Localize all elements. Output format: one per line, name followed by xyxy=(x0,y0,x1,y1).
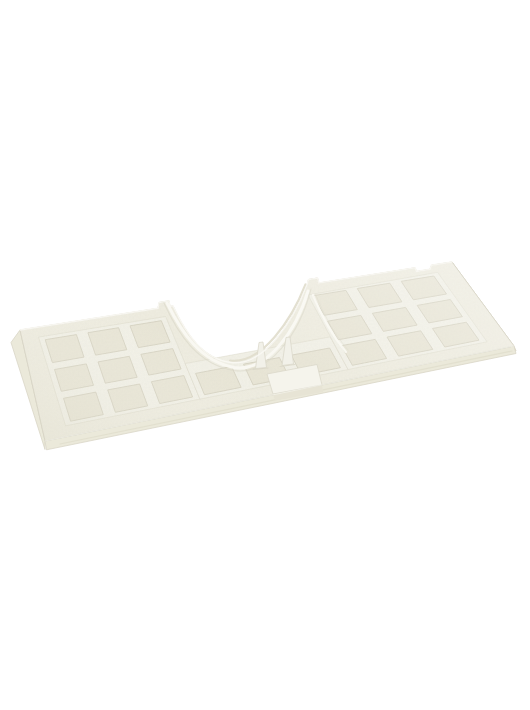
photo-canvas xyxy=(0,0,530,710)
air-filter-product-photo xyxy=(0,0,530,710)
